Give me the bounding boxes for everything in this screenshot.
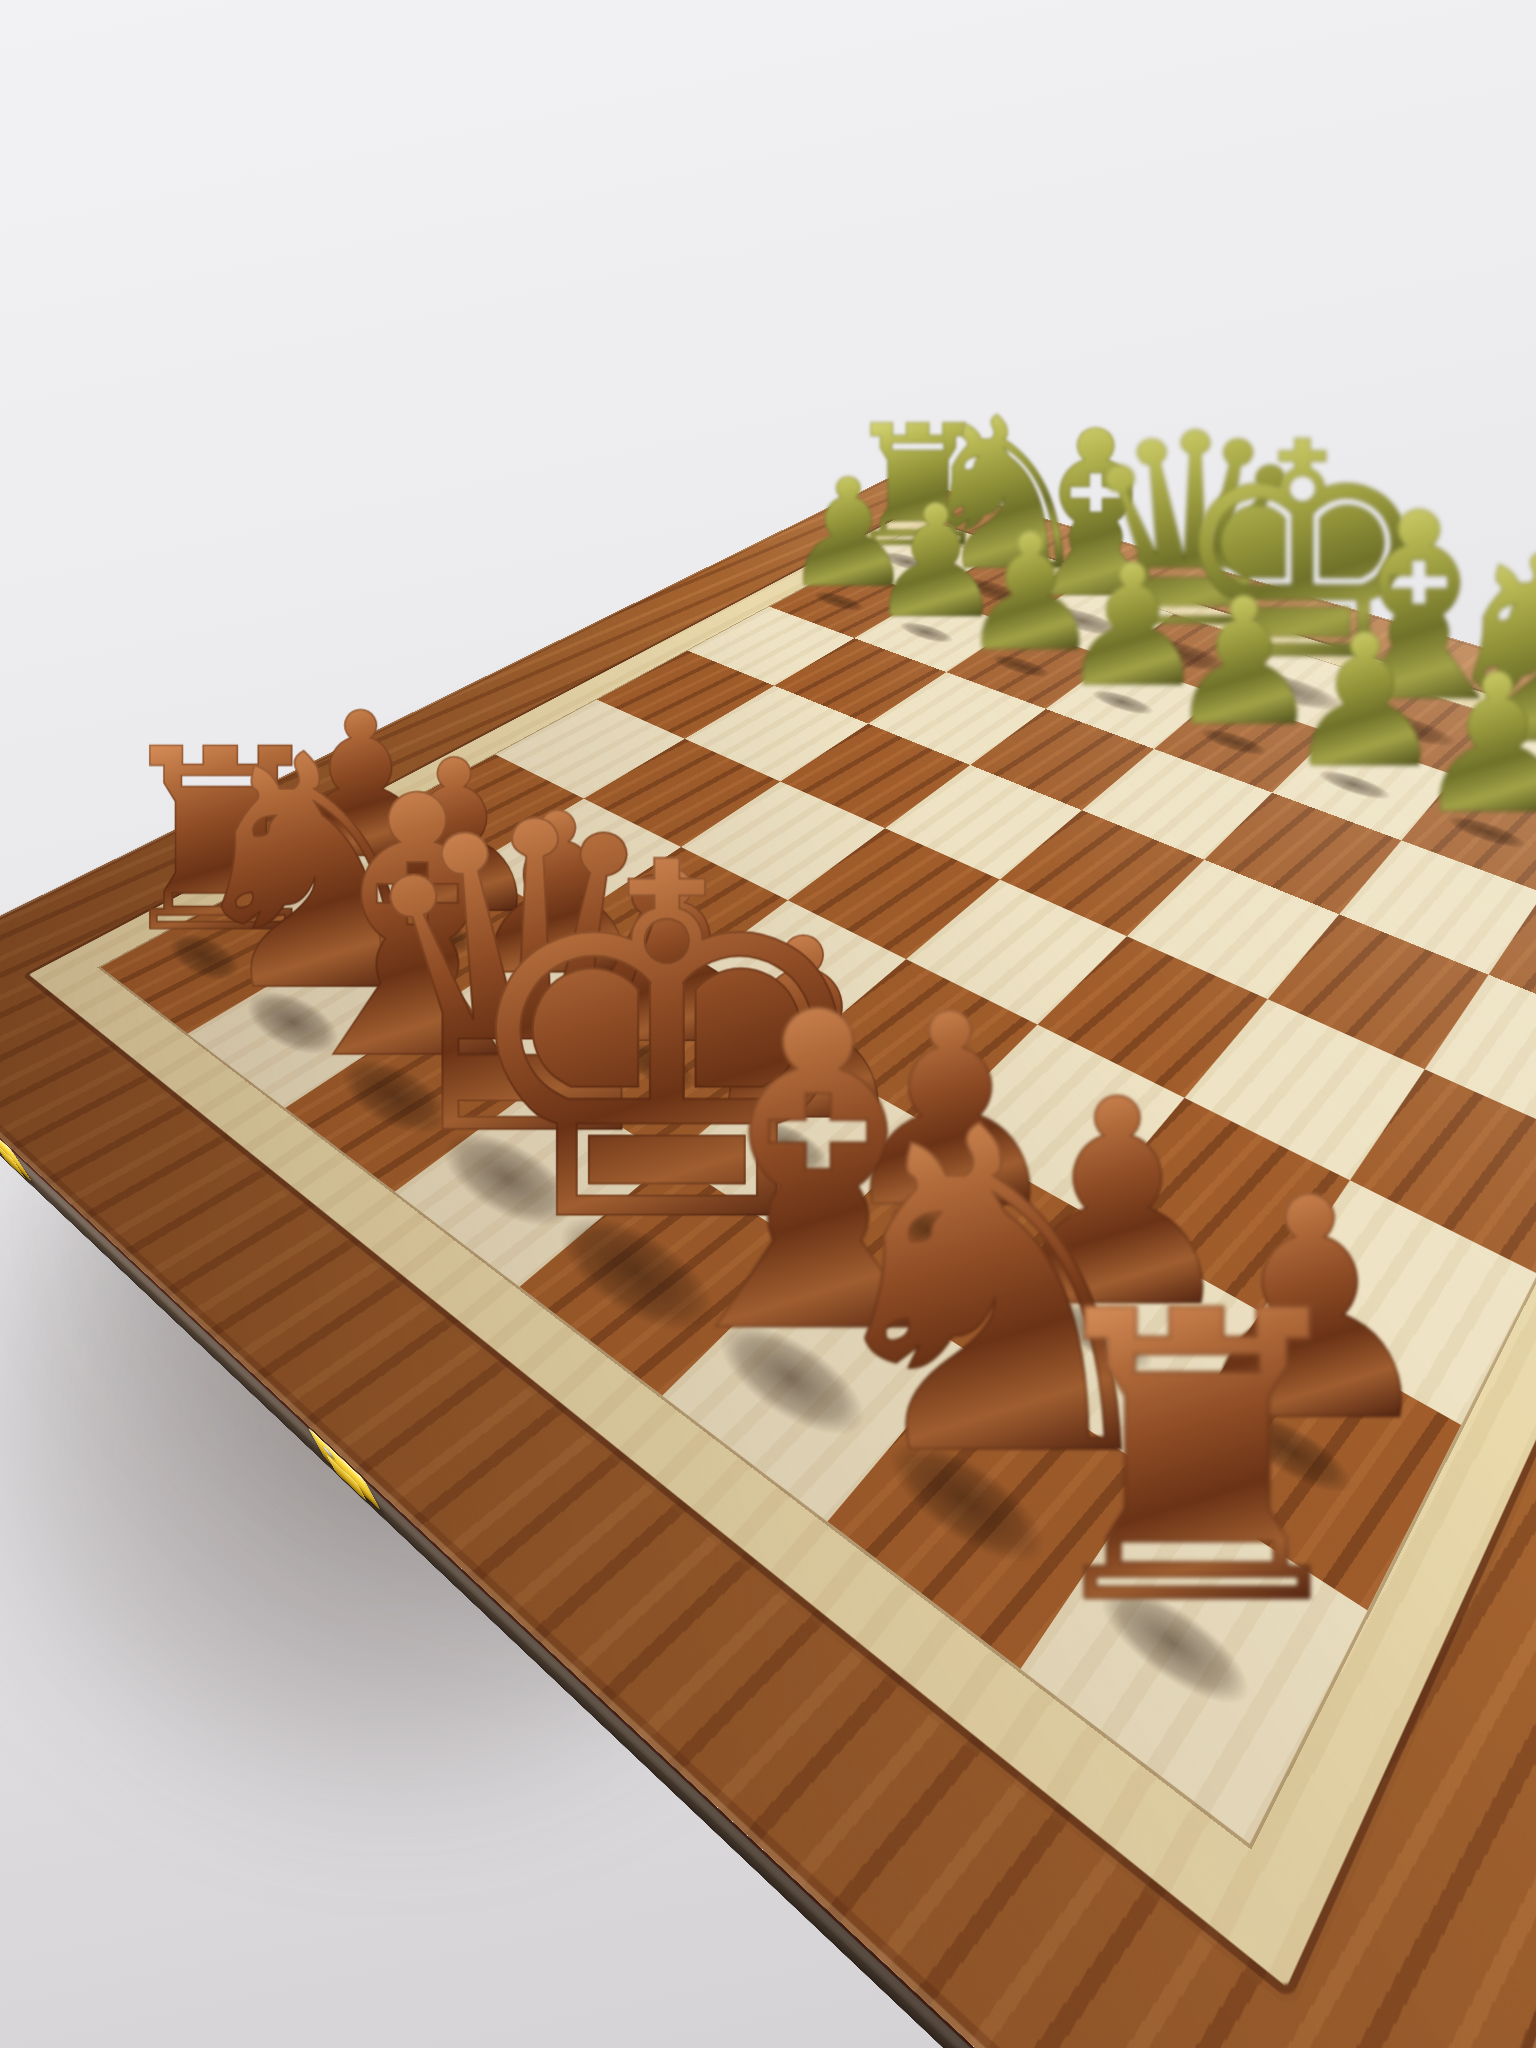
square-g7[interactable]: ♟ xyxy=(1401,776,1536,893)
square-h5[interactable] xyxy=(1425,975,1536,1148)
chess-board: ♜♞♝♛♚♝♞♜♟♟♟♟♟♟♟♟♟♟♟♟♟♟♟♟♜♞♝♛♚♝♞♜ xyxy=(0,475,1536,2048)
perspective-stage: ♜♞♝♛♚♝♞♜♟♟♟♟♟♟♟♟♟♟♟♟♟♟♟♟♜♞♝♛♚♝♞♜ xyxy=(0,0,1536,2048)
board-surface: ♜♞♝♛♚♝♞♜♟♟♟♟♟♟♟♟♟♟♟♟♟♟♟♟♜♞♝♛♚♝♞♜ xyxy=(0,475,1536,2048)
piece-black-pawn[interactable]: ♟ xyxy=(1412,649,1536,840)
product-photo-scene: ♜♞♝♛♚♝♞♜♟♟♟♟♟♟♟♟♟♟♟♟♟♟♟♟♜♞♝♛♚♝♞♜ Folding… xyxy=(0,0,1536,2048)
piece-white-rook[interactable]: ♜ xyxy=(1018,1259,1375,1657)
